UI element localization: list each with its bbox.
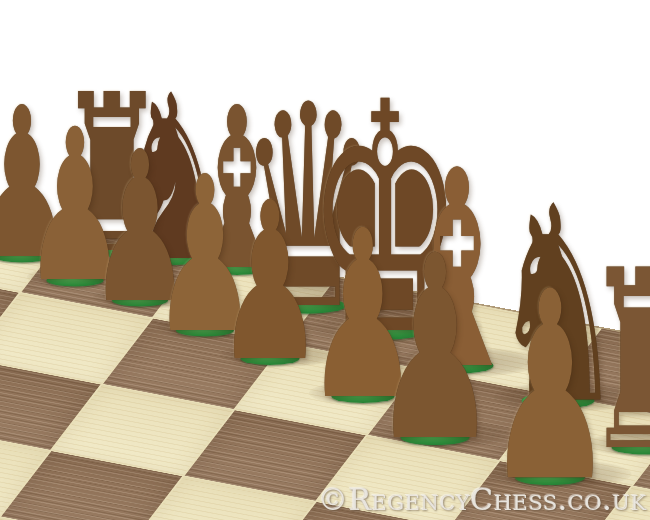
chess-piece-pawn-8: ♟: [486, 257, 614, 517]
chess-piece-pawn-7: ♟: [372, 222, 497, 476]
watermark: ©RegencyChess.co.uk: [318, 482, 647, 517]
chess-photo-stage: ♜♞♝♛♚♝♞♜♟♟♟♟♟♟♟♟ ©RegencyChess.co.uk: [0, 0, 650, 520]
